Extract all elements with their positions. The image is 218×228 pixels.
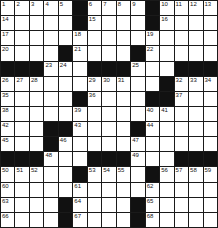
cell-r12c13[interactable]: 57 (175, 167, 188, 181)
cell-r1c4[interactable]: 4 (44, 1, 57, 15)
clue-number-38: 38 (2, 107, 9, 114)
clue-number-29: 29 (89, 77, 96, 84)
clue-number-34: 34 (205, 77, 212, 84)
cell-r15c13[interactable] (175, 213, 188, 227)
cell-r2c15[interactable] (204, 16, 217, 30)
cell-r2c2[interactable] (15, 16, 28, 30)
cell-r1c1[interactable]: 1 (1, 1, 14, 15)
cell-r5c11[interactable] (146, 62, 159, 76)
cell-r6c3[interactable]: 28 (30, 77, 43, 91)
cell-r12c10[interactable] (131, 167, 144, 181)
cell-r6c14[interactable]: 33 (189, 77, 202, 91)
cell-r12c7[interactable]: 53 (88, 167, 101, 181)
black-cell-r11c1 (1, 152, 14, 166)
clue-number-41: 41 (161, 107, 168, 114)
cell-r1c8[interactable]: 7 (102, 1, 115, 15)
cell-r2c10[interactable] (131, 16, 144, 30)
clue-number-3: 3 (31, 1, 34, 8)
clue-number-6: 6 (89, 1, 92, 8)
cell-r9c2[interactable] (15, 122, 28, 136)
cell-r2c9[interactable] (117, 16, 130, 30)
cell-r1c7[interactable]: 6 (88, 1, 101, 15)
cell-r8c5[interactable] (59, 107, 72, 121)
clue-number-39: 39 (74, 107, 81, 114)
cell-r9c12[interactable] (160, 122, 173, 136)
clue-number-51: 51 (16, 167, 23, 174)
cell-r13c2[interactable] (15, 183, 28, 197)
cell-r3c7[interactable] (88, 31, 101, 45)
black-cell-r9c4 (44, 122, 57, 136)
cell-r1c9[interactable]: 8 (117, 1, 130, 15)
cell-r11c4[interactable]: 48 (44, 152, 57, 166)
cell-r4c7[interactable] (88, 46, 101, 60)
cell-r3c9[interactable] (117, 31, 130, 45)
clue-number-44: 44 (147, 122, 154, 129)
cell-r9c7[interactable] (88, 122, 101, 136)
cell-r8c9[interactable] (117, 107, 130, 121)
clue-number-5: 5 (60, 1, 63, 8)
cell-r4c4[interactable] (44, 46, 57, 60)
cell-r14c12[interactable] (160, 198, 173, 212)
cell-r7c8[interactable] (102, 92, 115, 106)
clue-number-65: 65 (147, 198, 154, 205)
clue-number-12: 12 (190, 1, 197, 8)
cell-r10c11[interactable] (146, 137, 159, 151)
clue-number-45: 45 (2, 137, 9, 144)
clue-number-31: 31 (118, 77, 125, 84)
cell-r9c6[interactable]: 43 (73, 122, 86, 136)
cell-r7c10[interactable] (131, 92, 144, 106)
cell-r8c6[interactable]: 39 (73, 107, 86, 121)
black-cell-r5c13 (175, 62, 188, 76)
cell-r10c6[interactable] (73, 137, 86, 151)
cell-r2c8[interactable] (102, 16, 115, 30)
cell-r4c9[interactable] (117, 46, 130, 60)
cell-r2c7[interactable]: 15 (88, 16, 101, 30)
cell-r10c15[interactable] (204, 137, 217, 151)
cell-r15c2[interactable] (15, 213, 28, 227)
cell-r15c12[interactable] (160, 213, 173, 227)
cell-r10c3[interactable] (30, 137, 43, 151)
cell-r14c14[interactable] (189, 198, 202, 212)
clue-number-30: 30 (103, 77, 110, 84)
cell-r14c11[interactable]: 65 (146, 198, 159, 212)
cell-r9c14[interactable] (189, 122, 202, 136)
cell-r14c15[interactable] (204, 198, 217, 212)
cell-r4c14[interactable] (189, 46, 202, 60)
cell-r2c4[interactable] (44, 16, 57, 30)
black-cell-r6c12 (160, 77, 173, 91)
cell-r11c6[interactable] (73, 152, 86, 166)
cell-r10c5[interactable]: 46 (59, 137, 72, 151)
cell-r7c14[interactable] (189, 92, 202, 106)
clue-number-17: 17 (2, 31, 9, 38)
cell-r1c10[interactable]: 9 (131, 1, 144, 15)
cell-r2c1[interactable]: 14 (1, 16, 14, 30)
cell-r8c12[interactable]: 41 (160, 107, 173, 121)
clue-number-27: 27 (16, 77, 23, 84)
cell-r9c9[interactable] (117, 122, 130, 136)
cell-r15c15[interactable] (204, 213, 217, 227)
cell-r11c10[interactable]: 49 (131, 152, 144, 166)
clue-number-60: 60 (2, 183, 9, 190)
black-cell-r10c4 (44, 137, 57, 151)
cell-r14c2[interactable] (15, 198, 28, 212)
cell-r1c2[interactable]: 2 (15, 1, 28, 15)
cell-r14c3[interactable] (30, 198, 43, 212)
clue-number-33: 33 (190, 77, 197, 84)
cell-r10c10[interactable]: 47 (131, 137, 144, 151)
black-cell-r1c11 (146, 1, 159, 15)
cell-r7c4[interactable] (44, 92, 57, 106)
cell-r13c8[interactable] (102, 183, 115, 197)
cell-r9c11[interactable]: 44 (146, 122, 159, 136)
cell-r13c12[interactable] (160, 183, 173, 197)
cell-r10c7[interactable] (88, 137, 101, 151)
clue-number-50: 50 (2, 167, 9, 174)
cell-r13c5[interactable] (59, 183, 72, 197)
cell-r13c1[interactable]: 60 (1, 183, 14, 197)
clue-number-67: 67 (74, 213, 81, 220)
clue-number-46: 46 (60, 137, 67, 144)
cell-r10c8[interactable] (102, 137, 115, 151)
cell-r3c12[interactable] (160, 31, 173, 45)
cell-r4c3[interactable] (30, 46, 43, 60)
cell-r7c3[interactable] (30, 92, 43, 106)
clue-number-64: 64 (74, 198, 81, 205)
cell-r9c15[interactable] (204, 122, 217, 136)
clue-number-7: 7 (103, 1, 106, 8)
cell-r15c9[interactable] (117, 213, 130, 227)
cell-r10c13[interactable] (175, 137, 188, 151)
cell-r14c7[interactable] (88, 198, 101, 212)
clue-number-14: 14 (2, 16, 9, 23)
clue-number-42: 42 (2, 122, 9, 129)
clue-number-9: 9 (132, 1, 135, 8)
cell-r5c10[interactable]: 25 (131, 62, 144, 76)
clue-number-25: 25 (132, 62, 139, 69)
cell-r8c8[interactable] (102, 107, 115, 121)
cell-r12c3[interactable]: 52 (30, 167, 43, 181)
black-cell-r5c14 (189, 62, 202, 76)
cell-r8c3[interactable] (30, 107, 43, 121)
cell-r13c15[interactable] (204, 183, 217, 197)
cell-r3c14[interactable] (189, 31, 202, 45)
clue-number-10: 10 (161, 1, 168, 8)
clue-number-24: 24 (60, 62, 67, 69)
cell-r6c7[interactable]: 29 (88, 77, 101, 91)
black-cell-r9c5 (59, 122, 72, 136)
clue-number-21: 21 (74, 46, 81, 53)
clue-number-62: 62 (147, 183, 154, 190)
clue-number-37: 37 (176, 92, 183, 99)
clue-number-55: 55 (118, 167, 125, 174)
cell-r6c6[interactable] (73, 77, 86, 91)
clue-number-8: 8 (118, 1, 121, 8)
black-cell-r14c5 (59, 198, 72, 212)
clue-number-15: 15 (89, 16, 96, 23)
clue-number-28: 28 (31, 77, 38, 84)
cell-r9c13[interactable] (175, 122, 188, 136)
black-cell-r11c9 (117, 152, 130, 166)
clue-number-40: 40 (147, 107, 154, 114)
clue-number-43: 43 (74, 122, 81, 129)
black-cell-r11c3 (30, 152, 43, 166)
clue-number-20: 20 (2, 46, 9, 53)
black-cell-r2c6 (73, 16, 86, 30)
clue-number-1: 1 (2, 1, 5, 8)
cell-r12c12[interactable]: 56 (160, 167, 173, 181)
cell-r12c2[interactable]: 51 (15, 167, 28, 181)
black-cell-r7c12 (160, 92, 173, 106)
cell-r14c1[interactable]: 63 (1, 198, 14, 212)
cell-r1c14[interactable]: 12 (189, 1, 202, 15)
black-cell-r15c5 (59, 213, 72, 227)
cell-r11c5[interactable] (59, 152, 72, 166)
clue-number-16: 16 (161, 16, 168, 23)
cell-r8c1[interactable]: 38 (1, 107, 14, 121)
black-cell-r5c1 (1, 62, 14, 76)
clue-number-56: 56 (161, 167, 168, 174)
cell-r11c11[interactable] (146, 152, 159, 166)
cell-r15c14[interactable] (189, 213, 202, 227)
cell-r13c4[interactable] (44, 183, 57, 197)
clue-number-36: 36 (89, 92, 96, 99)
clue-number-11: 11 (176, 1, 182, 8)
clue-number-53: 53 (89, 167, 96, 174)
cell-r14c9[interactable] (117, 198, 130, 212)
cell-r13c10[interactable] (131, 183, 144, 197)
clue-number-66: 66 (2, 213, 9, 220)
cell-r8c11[interactable]: 40 (146, 107, 159, 121)
cell-r4c12[interactable] (160, 46, 173, 60)
cell-r3c4[interactable] (44, 31, 57, 45)
cell-r5c12[interactable] (160, 62, 173, 76)
black-cell-r5c3 (30, 62, 43, 76)
cell-r12c15[interactable]: 59 (204, 167, 217, 181)
cell-r4c13[interactable] (175, 46, 188, 60)
black-cell-r9c10 (131, 122, 144, 136)
cell-r3c8[interactable] (102, 31, 115, 45)
clue-number-54: 54 (103, 167, 110, 174)
cell-r9c8[interactable] (102, 122, 115, 136)
black-cell-r7c11 (146, 92, 159, 106)
cell-r1c15[interactable]: 13 (204, 1, 217, 15)
cell-r7c9[interactable] (117, 92, 130, 106)
cell-r12c4[interactable] (44, 167, 57, 181)
clue-number-52: 52 (31, 167, 38, 174)
cell-r12c1[interactable]: 50 (1, 167, 14, 181)
cell-r4c6[interactable]: 21 (73, 46, 86, 60)
cell-r8c10[interactable] (131, 107, 144, 121)
black-cell-r5c15 (204, 62, 217, 76)
cell-r10c9[interactable] (117, 137, 130, 151)
cell-r6c8[interactable]: 30 (102, 77, 115, 91)
cell-r13c9[interactable] (117, 183, 130, 197)
cell-r3c13[interactable] (175, 31, 188, 45)
cell-r10c2[interactable] (15, 137, 28, 151)
clue-number-57: 57 (176, 167, 183, 174)
cell-r6c5[interactable] (59, 77, 72, 91)
clue-number-48: 48 (45, 152, 52, 159)
black-cell-r11c15 (204, 152, 217, 166)
cell-r10c1[interactable]: 45 (1, 137, 14, 151)
cell-r14c4[interactable] (44, 198, 57, 212)
cell-r8c15[interactable] (204, 107, 217, 121)
cell-r7c7[interactable]: 36 (88, 92, 101, 106)
black-cell-r11c14 (189, 152, 202, 166)
clue-number-19: 19 (147, 31, 154, 38)
cell-r13c13[interactable] (175, 183, 188, 197)
cell-r6c15[interactable]: 34 (204, 77, 217, 91)
cell-r2c5[interactable] (59, 16, 72, 30)
cell-r12c5[interactable] (59, 167, 72, 181)
clue-number-2: 2 (16, 1, 19, 8)
clue-number-22: 22 (147, 46, 154, 53)
cell-r3c6[interactable]: 18 (73, 31, 86, 45)
black-cell-r15c10 (131, 213, 144, 227)
cell-r8c7[interactable] (88, 107, 101, 121)
cell-r13c14[interactable] (189, 183, 202, 197)
clue-number-59: 59 (205, 167, 212, 174)
cell-r14c8[interactable] (102, 198, 115, 212)
clue-number-23: 23 (45, 62, 52, 69)
cell-r8c2[interactable] (15, 107, 28, 121)
cell-r8c14[interactable] (189, 107, 202, 121)
crossword-board: 1234567891011121314151617181920212223242… (0, 0, 218, 228)
cell-r3c1[interactable]: 17 (1, 31, 14, 45)
clue-number-47: 47 (132, 137, 139, 144)
cell-r3c15[interactable] (204, 31, 217, 45)
black-cell-r12c11 (146, 167, 159, 181)
cell-r4c15[interactable] (204, 46, 217, 60)
cell-r3c2[interactable] (15, 31, 28, 45)
cell-r9c1[interactable]: 42 (1, 122, 14, 136)
clue-number-61: 61 (74, 183, 81, 190)
cell-r6c2[interactable]: 27 (15, 77, 28, 91)
cell-r13c3[interactable] (30, 183, 43, 197)
cell-r6c13[interactable]: 32 (175, 77, 188, 91)
black-cell-r5c2 (15, 62, 28, 76)
cell-r8c4[interactable] (44, 107, 57, 121)
cell-r14c6[interactable]: 64 (73, 198, 86, 212)
cell-r13c11[interactable]: 62 (146, 183, 159, 197)
cell-r7c5[interactable] (59, 92, 72, 106)
cell-r1c5[interactable]: 5 (59, 1, 72, 15)
cell-r1c13[interactable]: 11 (175, 1, 188, 15)
cell-r4c11[interactable]: 22 (146, 46, 159, 60)
clue-number-35: 35 (2, 92, 9, 99)
cell-r2c12[interactable]: 16 (160, 16, 173, 30)
black-cell-r5c7 (88, 62, 101, 76)
black-cell-r4c10 (131, 46, 144, 60)
black-cell-r2c11 (146, 16, 159, 30)
clue-number-68: 68 (147, 213, 154, 220)
cell-r4c2[interactable] (15, 46, 28, 60)
cell-r6c4[interactable] (44, 77, 57, 91)
cell-r2c13[interactable] (175, 16, 188, 30)
clue-number-32: 32 (176, 77, 183, 84)
cell-r5c6[interactable] (73, 62, 86, 76)
cell-r4c8[interactable] (102, 46, 115, 60)
cell-r5c4[interactable]: 23 (44, 62, 57, 76)
cell-r6c10[interactable] (131, 77, 144, 91)
cell-r10c14[interactable] (189, 137, 202, 151)
cell-r15c1[interactable]: 66 (1, 213, 14, 227)
black-cell-r4c5 (59, 46, 72, 60)
clue-number-26: 26 (2, 77, 9, 84)
cell-r7c1[interactable]: 35 (1, 92, 14, 106)
cell-r15c7[interactable] (88, 213, 101, 227)
clue-number-13: 13 (205, 1, 212, 8)
cell-r15c8[interactable] (102, 213, 115, 227)
cell-r5c5[interactable]: 24 (59, 62, 72, 76)
cell-r2c3[interactable] (30, 16, 43, 30)
black-cell-r11c8 (102, 152, 115, 166)
cell-r8c13[interactable] (175, 107, 188, 121)
cell-r15c4[interactable] (44, 213, 57, 227)
cell-r12c8[interactable]: 54 (102, 167, 115, 181)
cell-r6c9[interactable]: 31 (117, 77, 130, 91)
black-cell-r7c6 (73, 92, 86, 106)
cell-r6c1[interactable]: 26 (1, 77, 14, 91)
clue-number-58: 58 (190, 167, 197, 174)
cell-r9c3[interactable] (30, 122, 43, 136)
black-cell-r5c8 (102, 62, 115, 76)
black-cell-r1c6 (73, 1, 86, 15)
cell-r2c14[interactable] (189, 16, 202, 30)
clue-number-49: 49 (132, 152, 139, 159)
cell-r3c10[interactable] (131, 31, 144, 45)
cell-r4c1[interactable]: 20 (1, 46, 14, 60)
cell-r3c3[interactable] (30, 31, 43, 45)
cell-r12c9[interactable]: 55 (117, 167, 130, 181)
cell-r6c11[interactable] (146, 77, 159, 91)
cell-r13c7[interactable] (88, 183, 101, 197)
cell-r1c3[interactable]: 3 (30, 1, 43, 15)
black-cell-r5c9 (117, 62, 130, 76)
cell-r15c3[interactable] (30, 213, 43, 227)
cell-r14c13[interactable] (175, 198, 188, 212)
cell-r15c6[interactable]: 67 (73, 213, 86, 227)
black-cell-r11c7 (88, 152, 101, 166)
cell-r11c12[interactable] (160, 152, 173, 166)
cell-r10c12[interactable] (160, 137, 173, 151)
black-cell-r12c6 (73, 167, 86, 181)
clue-number-63: 63 (2, 198, 9, 205)
cell-r15c11[interactable]: 68 (146, 213, 159, 227)
cell-r3c5[interactable] (59, 31, 72, 45)
cell-r1c12[interactable]: 10 (160, 1, 173, 15)
clue-number-18: 18 (74, 31, 81, 38)
cell-r7c15[interactable] (204, 92, 217, 106)
cell-r13c6[interactable]: 61 (73, 183, 86, 197)
cell-r7c2[interactable] (15, 92, 28, 106)
cell-r7c13[interactable]: 37 (175, 92, 188, 106)
black-cell-r11c13 (175, 152, 188, 166)
black-cell-r14c10 (131, 198, 144, 212)
clue-number-4: 4 (45, 1, 48, 8)
cell-r3c11[interactable]: 19 (146, 31, 159, 45)
cell-r12c14[interactable]: 58 (189, 167, 202, 181)
black-cell-r11c2 (15, 152, 28, 166)
